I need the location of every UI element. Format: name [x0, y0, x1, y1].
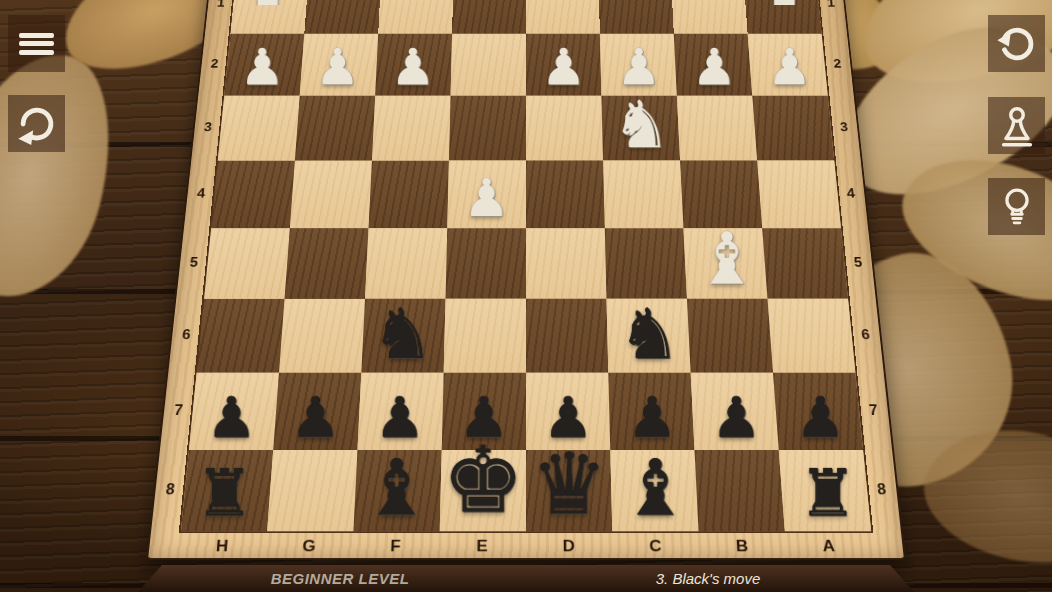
- file-label-bottom-B: B: [699, 537, 787, 556]
- square-g1[interactable]: ♞: [304, 0, 381, 34]
- square-c5[interactable]: [605, 228, 687, 299]
- square-h1[interactable]: ♜: [230, 0, 308, 34]
- square-a5[interactable]: [762, 228, 848, 299]
- white-pawn[interactable]: ♟: [375, 42, 450, 92]
- white-rook[interactable]: ♜: [231, 0, 305, 30]
- hamburger-menu-icon: [19, 29, 54, 58]
- square-h5[interactable]: [204, 228, 290, 299]
- white-pawn[interactable]: ♟: [677, 42, 752, 92]
- rank-label-left-2: 2: [202, 58, 227, 71]
- square-h7[interactable]: ♟: [189, 373, 279, 450]
- rank-label-right-5: 5: [845, 255, 872, 270]
- square-b8[interactable]: [695, 450, 785, 531]
- file-label-bottom-A: A: [785, 537, 873, 556]
- square-c1[interactable]: ♝: [598, 0, 673, 34]
- chess-app-screen: ♜♞♚♛♝♜♟♟♟♟♟♟♟♞♟♝♞♞♟♟♟♟♟♟♟♟♜♝♚♛♝♜ 11HH22G…: [0, 0, 1052, 592]
- square-c8[interactable]: ♝: [610, 450, 698, 531]
- square-a6[interactable]: [767, 299, 855, 373]
- rank-label-right-2: 2: [825, 58, 850, 71]
- level-label: BEGINNER LEVEL: [210, 565, 470, 592]
- black-pawn[interactable]: ♟: [778, 389, 862, 445]
- square-b6[interactable]: [687, 299, 773, 373]
- white-pawn[interactable]: ♟: [447, 172, 526, 224]
- black-queen[interactable]: ♛: [526, 441, 612, 526]
- square-g7[interactable]: ♟: [273, 373, 361, 450]
- black-knight[interactable]: ♞: [362, 298, 444, 368]
- rank-label-left-1: 1: [208, 0, 233, 9]
- square-a1[interactable]: ♜: [743, 0, 821, 34]
- square-f3[interactable]: [372, 96, 451, 161]
- white-knight[interactable]: ♞: [603, 91, 680, 156]
- rank-label-right-8: 8: [867, 481, 896, 498]
- status-bar: BEGINNER LEVEL 3. Black's move: [138, 565, 914, 592]
- square-d1[interactable]: ♛: [526, 0, 600, 34]
- black-bishop[interactable]: ♝: [354, 449, 440, 526]
- rank-label-right-3: 3: [831, 121, 857, 134]
- square-e8[interactable]: ♚: [440, 450, 526, 531]
- white-queen[interactable]: ♛: [526, 0, 600, 30]
- square-c3[interactable]: ♞: [601, 96, 680, 161]
- black-rook[interactable]: ♜: [784, 461, 870, 526]
- file-label-bottom-G: G: [265, 537, 353, 556]
- square-b1[interactable]: [671, 0, 748, 34]
- rank-label-left-4: 4: [188, 187, 215, 201]
- square-e6[interactable]: [444, 299, 526, 373]
- square-d6[interactable]: [526, 299, 608, 373]
- pieces-button[interactable]: [988, 97, 1045, 154]
- square-f6[interactable]: ♞: [361, 299, 445, 373]
- square-h6[interactable]: [197, 299, 285, 373]
- file-label-bottom-C: C: [612, 537, 699, 556]
- square-e3[interactable]: [449, 96, 526, 161]
- file-label-bottom-D: D: [526, 537, 613, 556]
- white-pawn[interactable]: ♟: [300, 42, 375, 92]
- square-c4[interactable]: [603, 161, 683, 229]
- file-label-bottom-E: E: [439, 537, 526, 556]
- rank-label-left-6: 6: [172, 327, 200, 342]
- square-e2[interactable]: [451, 34, 526, 96]
- rank-label-left-5: 5: [180, 255, 207, 270]
- square-d4[interactable]: [526, 161, 605, 229]
- file-label-bottom-H: H: [178, 537, 266, 556]
- black-bishop[interactable]: ♝: [612, 449, 698, 526]
- square-d5[interactable]: [526, 228, 606, 299]
- rank-label-left-3: 3: [195, 121, 221, 134]
- white-bishop[interactable]: ♝: [687, 223, 767, 295]
- black-rook[interactable]: ♜: [181, 461, 267, 526]
- white-knight[interactable]: ♞: [305, 0, 379, 30]
- square-a2[interactable]: ♟: [748, 34, 828, 96]
- rank-label-right-1: 1: [819, 0, 844, 9]
- square-f7[interactable]: ♟: [357, 373, 443, 450]
- black-pawn[interactable]: ♟: [610, 389, 694, 445]
- square-a4[interactable]: [757, 161, 841, 229]
- rotate-board-icon: [14, 101, 60, 147]
- square-g5[interactable]: [285, 228, 369, 299]
- square-g6[interactable]: [279, 299, 365, 373]
- black-pawn[interactable]: ♟: [274, 389, 358, 445]
- square-a7[interactable]: ♟: [773, 373, 863, 450]
- white-pawn[interactable]: ♟: [526, 42, 601, 92]
- square-d3[interactable]: [526, 96, 603, 161]
- move-indicator: 3. Black's move: [593, 565, 823, 592]
- rotate-board-button[interactable]: [8, 95, 65, 152]
- square-g4[interactable]: [290, 161, 372, 229]
- square-b7[interactable]: ♟: [691, 373, 779, 450]
- square-h3[interactable]: [218, 96, 300, 161]
- undo-button[interactable]: [988, 15, 1045, 72]
- square-b5[interactable]: ♝: [683, 228, 767, 299]
- square-a8[interactable]: ♜: [779, 450, 871, 531]
- square-e4[interactable]: ♟: [447, 161, 526, 229]
- square-g2[interactable]: ♟: [300, 34, 379, 96]
- black-pawn[interactable]: ♟: [189, 389, 273, 445]
- square-c7[interactable]: ♟: [608, 373, 694, 450]
- white-king[interactable]: ♚: [452, 0, 526, 30]
- white-bishop[interactable]: ♝: [600, 0, 674, 30]
- square-d8[interactable]: ♛: [526, 450, 612, 531]
- board-grid: ♜♞♚♛♝♜♟♟♟♟♟♟♟♞♟♝♞♞♟♟♟♟♟♟♟♟♜♝♚♛♝♜: [179, 0, 874, 533]
- white-pawn[interactable]: ♟: [752, 42, 827, 92]
- square-e1[interactable]: ♚: [452, 0, 526, 34]
- square-f5[interactable]: [365, 228, 447, 299]
- lightbulb-icon: [994, 184, 1040, 230]
- menu-button[interactable]: [8, 15, 65, 72]
- black-king[interactable]: ♚: [440, 435, 526, 526]
- square-b3[interactable]: [677, 96, 757, 161]
- rank-label-right-6: 6: [852, 327, 880, 342]
- white-rook[interactable]: ♜: [747, 0, 821, 30]
- undo-arrow-icon: [994, 21, 1040, 67]
- black-pawn[interactable]: ♟: [694, 389, 778, 445]
- square-h4[interactable]: [211, 161, 295, 229]
- square-f1[interactable]: [378, 0, 453, 34]
- black-knight[interactable]: ♞: [608, 298, 690, 368]
- pawn-outline-icon: [994, 103, 1040, 149]
- square-f4[interactable]: [369, 161, 449, 229]
- chess-board: ♜♞♚♛♝♜♟♟♟♟♟♟♟♞♟♝♞♞♟♟♟♟♟♟♟♟♜♝♚♛♝♜ 11HH22G…: [146, 0, 906, 560]
- board-scene: ♜♞♚♛♝♜♟♟♟♟♟♟♟♞♟♝♞♞♟♟♟♟♟♟♟♟♜♝♚♛♝♜ 11HH22G…: [146, 0, 906, 560]
- square-e5[interactable]: [446, 228, 526, 299]
- square-h8[interactable]: ♜: [181, 450, 273, 531]
- white-pawn[interactable]: ♟: [225, 42, 300, 92]
- square-f8[interactable]: ♝: [353, 450, 441, 531]
- square-c6[interactable]: ♞: [606, 299, 690, 373]
- file-label-bottom-F: F: [352, 537, 439, 556]
- square-a3[interactable]: [752, 96, 834, 161]
- square-b2[interactable]: ♟: [674, 34, 753, 96]
- rank-label-right-7: 7: [859, 403, 887, 419]
- black-pawn[interactable]: ♟: [358, 389, 442, 445]
- hint-button[interactable]: [988, 178, 1045, 235]
- square-d2[interactable]: ♟: [526, 34, 601, 96]
- square-h2[interactable]: ♟: [224, 34, 304, 96]
- rank-label-right-4: 4: [838, 187, 865, 201]
- white-pawn[interactable]: ♟: [601, 42, 676, 92]
- square-g8[interactable]: [267, 450, 357, 531]
- square-g3[interactable]: [295, 96, 375, 161]
- square-f2[interactable]: ♟: [375, 34, 452, 96]
